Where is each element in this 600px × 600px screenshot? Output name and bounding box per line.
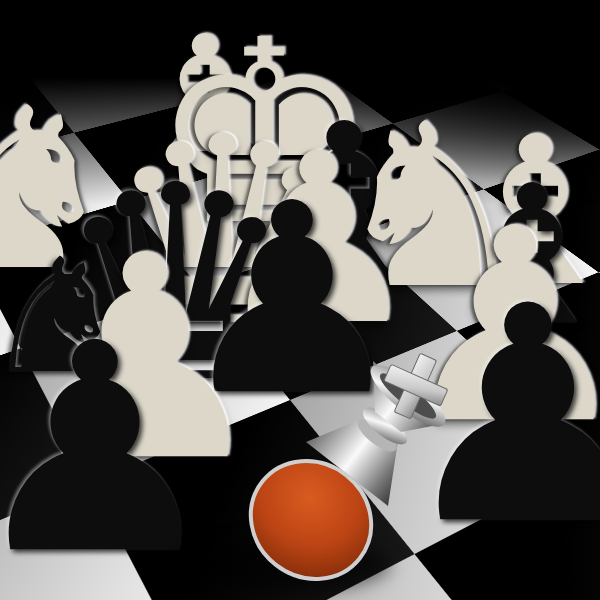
fallen-king	[230, 350, 500, 600]
chess-scene: ♝♚♞♝♞♝♛♛♝♟♟♞♟♟♟♟	[0, 0, 600, 600]
piece-black-pawn-bottomleft: ♟	[0, 306, 224, 594]
